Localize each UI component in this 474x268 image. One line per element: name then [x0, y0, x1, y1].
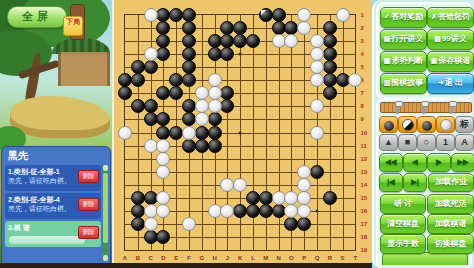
jump-first[interactable]: |◀	[379, 173, 403, 192]
white-stone-C17[interactable]	[144, 217, 158, 231]
white-stone-P13[interactable]	[297, 165, 311, 179]
white-stone-Q8[interactable]	[310, 99, 324, 113]
black-stone-F2[interactable]	[182, 21, 196, 35]
star-point	[316, 209, 319, 212]
black-stone-F1[interactable]	[182, 8, 196, 22]
white-stone-G9[interactable]	[195, 112, 209, 126]
button-保存棋谱[interactable]: ▣保存棋谱	[427, 51, 474, 72]
white-stone-O3[interactable]	[284, 34, 298, 48]
scrollbar[interactable]	[103, 165, 108, 261]
button-label: 退 出	[445, 78, 463, 87]
black-stone-R5[interactable]	[323, 60, 337, 74]
label-tool[interactable]: 标	[455, 116, 474, 133]
black-stone-Q13[interactable]	[310, 165, 324, 179]
99讲义-icon: ▤	[434, 35, 441, 42]
star-point	[239, 53, 242, 56]
go-board-grid[interactable]: ABCDEFGHJKLMNOPQRST123456789101112131415…	[114, 0, 372, 268]
media-rewind[interactable]: ◀◀	[379, 153, 403, 172]
scrollbar-thumb[interactable]	[103, 173, 108, 243]
white-stone-S1[interactable]	[336, 8, 350, 22]
black-stone-J8[interactable]	[220, 99, 234, 113]
col-label: P	[302, 255, 306, 261]
button-研 讨[interactable]: 研 讨	[380, 194, 426, 214]
black-stone-tool-2[interactable]	[417, 116, 436, 133]
button-label: 保存棋谱	[438, 56, 470, 65]
black-stone-F6[interactable]	[182, 73, 196, 87]
white-stone-Q6[interactable]	[310, 73, 324, 87]
button-label: 打开讲义	[391, 34, 423, 43]
black-stone-C8[interactable]	[144, 99, 158, 113]
white-stone-H7[interactable]	[208, 86, 222, 100]
row-label: 7	[360, 90, 363, 96]
col-label: L	[251, 255, 255, 261]
problem-action-button[interactable]: 删除	[78, 170, 99, 183]
row-label: 2	[360, 25, 363, 31]
fullscreen-button[interactable]: 全屏	[7, 6, 67, 28]
black-stone-H9[interactable]	[208, 112, 222, 126]
black-stone-icon	[422, 121, 432, 131]
problem-item-2[interactable]: 2.类别-征-全部-4黑先，请征吃白棋。删除	[5, 193, 101, 219]
black-stone-H10[interactable]	[208, 126, 222, 140]
button-加载死活[interactable]: 加载死活	[427, 194, 474, 214]
next-game-button[interactable]: 下局	[63, 16, 83, 36]
col-label: G	[199, 255, 204, 261]
button-label: 围棋故事	[391, 78, 423, 87]
black-stone-D18[interactable]	[156, 230, 170, 244]
col-label: O	[289, 255, 294, 261]
marker-button-○[interactable]: ○	[417, 134, 436, 151]
black-stone-F5[interactable]	[182, 60, 196, 74]
white-stone-D11[interactable]	[156, 139, 170, 153]
col-label: F	[187, 255, 191, 261]
button-退 出[interactable]: ➜退 出	[427, 73, 474, 94]
black-stone-R2[interactable]	[323, 21, 337, 35]
black-stone-F4[interactable]	[182, 47, 196, 61]
row-label: 13	[360, 169, 367, 175]
保存棋谱-icon: ▣	[431, 57, 438, 64]
white-stone-F10[interactable]	[182, 126, 196, 140]
media-forward[interactable]: ▶	[427, 153, 451, 172]
black-stone-N1[interactable]	[272, 8, 286, 22]
black-stone-tool[interactable]	[379, 116, 398, 133]
black-stone-B6[interactable]	[131, 73, 145, 87]
last-move-marker-icon	[261, 10, 266, 15]
打开讲义-icon: ▤	[384, 35, 391, 42]
button-围棋故事[interactable]: ▥围棋故事	[380, 73, 427, 94]
row-label: 3	[360, 38, 363, 44]
white-stone-K14[interactable]	[233, 178, 247, 192]
black-stone-D9[interactable]	[156, 112, 170, 126]
black-stone-D2[interactable]	[156, 21, 170, 35]
white-stone-H6[interactable]	[208, 73, 222, 87]
pin-icon	[422, 104, 425, 114]
button-99讲义[interactable]: ▤99讲义	[427, 29, 474, 50]
black-stone-D3[interactable]	[156, 34, 170, 48]
row-label: 19	[360, 247, 367, 253]
problem-panel-header: 黑先	[2, 147, 110, 164]
button-label: 99讲义	[442, 34, 467, 43]
white-stone-T6[interactable]	[348, 73, 362, 87]
white-stone-C1[interactable]	[144, 8, 158, 22]
退 出-icon: ➜	[438, 79, 444, 86]
button-形势判断[interactable]: ▦形势判断	[380, 51, 427, 72]
col-label: R	[328, 255, 332, 261]
row-label: 17	[360, 221, 367, 227]
button-label: 形势判断	[391, 56, 423, 65]
button-加载作业[interactable]: 加载作业	[428, 173, 474, 192]
col-label: K	[238, 255, 242, 261]
button-切换棋盘[interactable]: 切换棋盘	[427, 234, 474, 254]
pin-icon	[396, 104, 399, 114]
black-stone-J4[interactable]	[220, 47, 234, 61]
row-label: 8	[360, 103, 363, 109]
problem-action-button[interactable]: 删除	[78, 226, 99, 239]
grid-line	[125, 224, 355, 225]
pavilion	[58, 52, 110, 86]
problem-rows: 1.类别-征-全部-1黑先，请征吃白棋。删除2.类别-征-全部-4黑先，请征吃白…	[5, 165, 101, 262]
black-stone-icon	[384, 121, 394, 131]
black-stone-C5[interactable]	[144, 60, 158, 74]
row-label: 4	[360, 51, 363, 57]
white-stone-D15[interactable]	[156, 191, 170, 205]
button-打开讲义[interactable]: ▤打开讲义	[380, 29, 427, 50]
white-stone-A10[interactable]	[118, 126, 132, 140]
black-stone-R7[interactable]	[323, 86, 337, 100]
white-stone-D13[interactable]	[156, 165, 170, 179]
scroll-down-icon[interactable]	[103, 255, 108, 261]
button-答错惩罚[interactable]: ✗答错惩罚	[427, 7, 474, 28]
marker-button-▲[interactable]: ▲	[379, 134, 398, 151]
black-stone-R3[interactable]	[323, 34, 337, 48]
board-bottom-edge	[0, 263, 372, 268]
white-stone-D12[interactable]	[156, 152, 170, 166]
button-加载棋谱[interactable]: 加载棋谱	[427, 214, 474, 234]
row-label: 1	[360, 12, 363, 18]
alternate-stone-tool[interactable]	[398, 116, 417, 133]
col-label: B	[136, 255, 140, 261]
go-board[interactable]: ABCDEFGHJKLMNOPQRST123456789101112131415…	[112, 0, 372, 268]
row-label: 10	[360, 130, 367, 136]
control-panel: ✓答对奖励✗答错惩罚▤打开讲义▤99讲义▦形势判断▣保存棋谱▥围棋故事➜退 出标…	[372, 0, 474, 268]
black-stone-L3[interactable]	[246, 34, 260, 48]
white-stone-Q4[interactable]	[310, 47, 324, 61]
jump-last[interactable]: ▶|	[403, 173, 427, 192]
row-label: 9	[360, 116, 363, 122]
problem-item-1[interactable]: 1.类别-征-全部-1黑先，请征吃白棋。删除	[5, 165, 101, 191]
black-stone-P17[interactable]	[297, 217, 311, 231]
button-答对奖励[interactable]: ✓答对奖励	[380, 7, 427, 28]
black-stone-E7[interactable]	[169, 86, 183, 100]
white-stone-J16[interactable]	[220, 204, 234, 218]
scroll-up-icon[interactable]	[103, 165, 108, 171]
col-label: T	[354, 255, 358, 261]
media-fast-forward[interactable]: ▶▶	[451, 153, 474, 172]
problem-item-3[interactable]: 3.棋 谱删除	[5, 221, 101, 247]
marker-button-1[interactable]: 1	[436, 134, 455, 151]
white-stone-tool[interactable]	[436, 116, 455, 133]
white-stone-P1[interactable]	[297, 8, 311, 22]
col-label: C	[148, 255, 152, 261]
row-label: 16	[360, 208, 367, 214]
white-stone-F17[interactable]	[182, 217, 196, 231]
col-label: M	[263, 255, 268, 261]
star-point	[239, 131, 242, 134]
black-stone-K2[interactable]	[233, 21, 247, 35]
col-label: D	[161, 255, 165, 261]
button-清空棋盘[interactable]: 清空棋盘	[380, 214, 426, 234]
black-stone-R15[interactable]	[323, 191, 337, 205]
both-stones-icon	[402, 119, 414, 131]
black-stone-R4[interactable]	[323, 47, 337, 61]
答错惩罚-icon: ✗	[431, 13, 437, 20]
black-stone-F3[interactable]	[182, 34, 196, 48]
button-label: 答错惩罚	[438, 12, 470, 21]
problem-action-button[interactable]: 删除	[78, 198, 99, 211]
col-label: A	[123, 255, 127, 261]
black-stone-J7[interactable]	[220, 86, 234, 100]
围棋故事-icon: ▥	[384, 79, 391, 86]
row-label: 12	[360, 156, 367, 162]
row-label: 18	[360, 234, 367, 240]
row-label: 5	[360, 64, 363, 70]
white-stone-Q3[interactable]	[310, 34, 324, 48]
grid-line	[343, 15, 344, 250]
white-stone-P14[interactable]	[297, 178, 311, 192]
pin-icon	[450, 104, 453, 114]
row-label: 11	[360, 143, 366, 149]
selected-highlight	[9, 236, 85, 244]
marker-button-■[interactable]: ■	[398, 134, 417, 151]
black-stone-D4[interactable]	[156, 47, 170, 61]
white-stone-P2[interactable]	[297, 21, 311, 35]
black-stone-H11[interactable]	[208, 139, 222, 153]
答对奖励-icon: ✓	[384, 13, 390, 20]
col-label: Q	[315, 255, 320, 261]
button-显示手数[interactable]: 显示手数	[380, 234, 426, 254]
go-teaching-app: 全屏 下局 黑先 1.类别-征-全部-1黑先，请征吃白棋。删除2.类别-征-全部…	[0, 0, 474, 268]
black-stone-A7[interactable]	[118, 86, 132, 100]
white-stone-C4[interactable]	[144, 47, 158, 61]
white-stone-H8[interactable]	[208, 99, 222, 113]
button-label: 答对奖励	[391, 12, 423, 21]
col-label: E	[174, 255, 178, 261]
white-stone-P15[interactable]	[297, 191, 311, 205]
形势判断-icon: ▦	[384, 57, 391, 64]
media-back[interactable]: ◀	[403, 153, 427, 172]
white-stone-P16[interactable]	[297, 204, 311, 218]
white-stone-Q5[interactable]	[310, 60, 324, 74]
white-stone-Q10[interactable]	[310, 126, 324, 140]
white-stone-D16[interactable]	[156, 204, 170, 218]
white-stone-icon	[440, 119, 452, 131]
col-label: H	[212, 255, 216, 261]
marker-button-A[interactable]: A	[455, 134, 474, 151]
row-label: 14	[360, 182, 367, 188]
col-label: S	[341, 255, 345, 261]
col-label: N	[276, 255, 280, 261]
row-label: 15	[360, 195, 367, 201]
problem-list-panel: 黑先 1.类别-征-全部-1黑先，请征吃白棋。删除2.类别-征-全部-4黑先，请…	[1, 146, 111, 267]
col-label: J	[226, 255, 229, 261]
rocks	[10, 96, 110, 138]
